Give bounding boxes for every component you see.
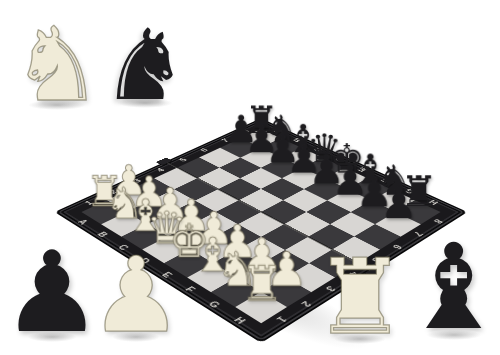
display-white-pawn: ♟ — [95, 260, 177, 344]
white-rook-h1[interactable]: ♜ — [240, 261, 276, 309]
rank-label-right-1: 1 — [263, 308, 302, 332]
product-photo: ♜♞♝♛♚♝♞♜♟♟♟♟♟♟♟♟♟♟♟♟♟♟♟♟♜♞♝♛♚♝♞♜ ABCDEFG… — [0, 0, 500, 355]
black-pawn-icon: ♟ — [2, 241, 102, 344]
display-white-rook: ♜ — [316, 248, 404, 346]
white-rook-icon: ♜ — [313, 250, 406, 346]
white-pawn-icon: ♟ — [89, 248, 182, 344]
display-white-knight: ♞ — [8, 4, 106, 112]
display-black-bishop: ♝ — [408, 226, 500, 342]
white-knight-icon: ♞ — [11, 18, 102, 112]
black-knight-icon: ♞ — [101, 20, 189, 110]
display-black-pawn: ♟ — [10, 252, 94, 344]
display-black-knight: ♞ — [98, 6, 192, 110]
black-bishop-icon: ♝ — [401, 233, 500, 342]
